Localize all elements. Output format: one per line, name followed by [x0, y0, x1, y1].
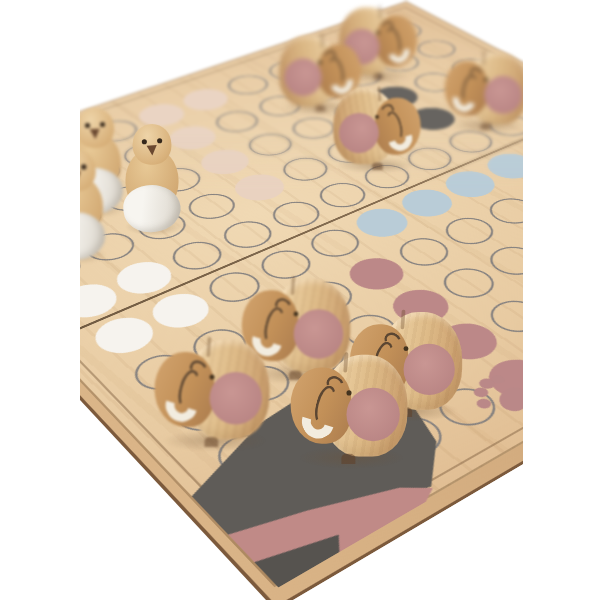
mammoth-eye [375, 115, 379, 119]
mammoth-pink-spot [346, 388, 399, 441]
chick-eye-right [157, 138, 162, 143]
mammoth-top-notch [320, 34, 324, 48]
chick-beak [90, 129, 101, 140]
mammoth-leg-gap [205, 437, 219, 447]
mammoth-4[interactable] [445, 51, 528, 130]
mammoth-eye [294, 312, 299, 317]
mammoth-leg-gap [481, 123, 491, 130]
mammoth-pink-spot [484, 76, 522, 114]
chick-eye-right [100, 122, 105, 127]
chick-eye-left [142, 139, 147, 144]
mammoth-eye [210, 375, 215, 380]
photo-crop-left [0, 0, 80, 600]
chick-eye-right [81, 164, 86, 169]
chick-2[interactable] [120, 124, 183, 232]
mammoth-pink-spot [284, 59, 321, 96]
mammoth-eye [404, 346, 409, 351]
mammoth-5[interactable] [155, 337, 270, 447]
mammoth-pink-spot [404, 344, 455, 395]
mammoth-top-notch [377, 86, 381, 101]
mammoth-pink-spot [339, 113, 379, 153]
mammoth-leg-gap [372, 162, 382, 170]
mammoth-8[interactable] [291, 352, 408, 464]
mammoth-pink-spot [210, 372, 263, 425]
chick-beak [147, 145, 158, 156]
mammoth-eye [318, 60, 322, 64]
mammoth-leg-gap [341, 454, 355, 464]
photo-crop-right [523, 0, 600, 600]
mammoth-eye [376, 31, 379, 34]
pieces-layer [0, 0, 600, 600]
mammoth-leg-gap [374, 73, 383, 80]
mammoth-eye [484, 78, 488, 82]
chick-eye-left [85, 123, 90, 128]
mammoth-eye [346, 390, 351, 395]
mammoth-3[interactable] [333, 86, 420, 170]
mammoth-top-notch [378, 5, 381, 19]
photo-scene [0, 0, 600, 600]
mammoth-leg-gap [316, 105, 326, 112]
